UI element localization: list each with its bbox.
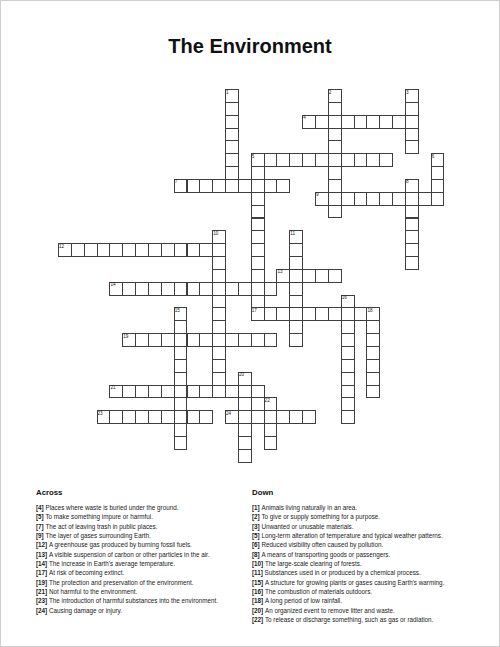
grid-cell[interactable]	[341, 359, 355, 373]
cell-number: 8	[405, 179, 409, 185]
grid-cell[interactable]	[289, 269, 303, 283]
grid-cell[interactable]	[341, 410, 355, 424]
grid-cell[interactable]	[174, 333, 188, 347]
grid-cell[interactable]	[238, 282, 252, 296]
grid-cell[interactable]	[161, 282, 175, 296]
cell-number: 12	[58, 243, 64, 249]
grid-cell[interactable]	[354, 307, 368, 321]
grid-cell[interactable]	[122, 282, 136, 296]
grid-cell[interactable]	[161, 410, 175, 424]
grid-cell[interactable]	[174, 243, 188, 257]
grid-cell[interactable]	[71, 243, 85, 257]
clue-text: The introduction of harmful substances i…	[49, 597, 218, 604]
grid-cell[interactable]	[366, 385, 380, 399]
clue-item: [20] An organized event to remove litter…	[252, 606, 480, 615]
grid-cell[interactable]	[366, 346, 380, 360]
grid-cell[interactable]	[251, 282, 265, 296]
grid-cell[interactable]	[225, 166, 239, 180]
grid-cell[interactable]	[238, 410, 252, 424]
grid-cell[interactable]	[418, 192, 432, 206]
grid-cell[interactable]	[212, 307, 226, 321]
grid-cell[interactable]	[289, 282, 303, 296]
clue-number: [16]	[252, 588, 265, 595]
grid-cell[interactable]	[289, 307, 303, 321]
grid-cell[interactable]	[431, 179, 445, 193]
grid-cell[interactable]	[251, 256, 265, 270]
grid-cell[interactable]	[289, 243, 303, 257]
grid-cell[interactable]	[135, 385, 149, 399]
grid-cell[interactable]	[212, 282, 226, 296]
grid-cell[interactable]	[264, 307, 278, 321]
clue-item: [14] The increase in Earth's average tem…	[36, 559, 248, 568]
clue-text: Reduced visibility often caused by pollu…	[261, 541, 383, 548]
grid-cell[interactable]	[225, 128, 239, 142]
grid-cell[interactable]	[354, 192, 368, 206]
grid-cell[interactable]	[225, 179, 239, 193]
grid-cell[interactable]	[174, 385, 188, 399]
grid-cell[interactable]	[328, 307, 342, 321]
grid-cell[interactable]	[341, 333, 355, 347]
clue-number: [17]	[36, 569, 49, 576]
clue-number: [24]	[36, 607, 49, 614]
down-header: Down	[252, 488, 480, 497]
across-header: Across	[36, 488, 248, 497]
grid-cell[interactable]	[366, 153, 380, 167]
grid-cell[interactable]	[187, 179, 201, 193]
clue-number: [12]	[36, 541, 49, 548]
grid-cell[interactable]	[341, 397, 355, 411]
grid-cell[interactable]	[289, 333, 303, 347]
cell-number: 1	[225, 89, 229, 95]
grid-cell[interactable]	[212, 269, 226, 283]
grid-cell[interactable]	[148, 385, 162, 399]
grid-cell[interactable]	[328, 269, 342, 283]
clue-number: [22]	[252, 616, 265, 623]
clue-number: [23]	[36, 597, 49, 604]
clue-number: [21]	[36, 588, 49, 595]
clue-text: Animals living naturally in an area.	[261, 504, 357, 511]
grid-cell[interactable]	[289, 410, 303, 424]
clue-item: [23] The introduction of harmful substan…	[36, 596, 248, 605]
clue-text: A greenhouse gas produced by burning fos…	[49, 541, 192, 548]
grid-cell[interactable]	[341, 372, 355, 386]
grid-cell[interactable]	[212, 295, 226, 309]
grid-cell[interactable]	[366, 115, 380, 129]
clue-item: [7] The act of leaving trash in public p…	[36, 522, 248, 531]
grid-cell[interactable]	[328, 192, 342, 206]
cell-number: 17	[251, 307, 257, 313]
puzzle-title: The Environment	[1, 35, 499, 58]
grid-cell[interactable]	[405, 128, 419, 142]
cell-number: 15	[174, 307, 180, 313]
grid-cell[interactable]	[199, 282, 213, 296]
grid-cell[interactable]	[174, 346, 188, 360]
grid-cell[interactable]	[161, 243, 175, 257]
grid-cell[interactable]	[276, 153, 290, 167]
grid-cell[interactable]	[212, 385, 226, 399]
grid-cell[interactable]	[289, 256, 303, 270]
clue-item: [1] Animals living naturally in an area.	[252, 503, 480, 512]
grid-cell[interactable]	[212, 256, 226, 270]
grid-cell[interactable]	[212, 333, 226, 347]
grid-cell[interactable]	[109, 243, 123, 257]
grid-cell[interactable]	[212, 372, 226, 386]
clue-text: Causing damage or injury.	[49, 607, 122, 614]
clue-text: Places where waste is buried under the g…	[45, 504, 178, 511]
grid-cell[interactable]	[238, 333, 252, 347]
grid-cell[interactable]	[161, 385, 175, 399]
clue-item: [5] Long-term alteration of temperature …	[252, 531, 480, 540]
grid-cell[interactable]	[302, 269, 316, 283]
clue-item: [4] Places where waste is buried under t…	[36, 503, 248, 512]
grid-cell[interactable]	[174, 320, 188, 334]
grid-cell[interactable]	[405, 218, 419, 232]
grid-cell[interactable]	[238, 397, 252, 411]
grid-cell[interactable]	[431, 192, 445, 206]
grid-cell[interactable]	[199, 243, 213, 257]
grid-cell[interactable]	[225, 115, 239, 129]
grid-cell[interactable]	[225, 102, 239, 116]
grid-cell[interactable]	[135, 333, 149, 347]
clue-item: [10] The large-scale clearing of forests…	[252, 559, 480, 568]
grid-cell[interactable]	[187, 282, 201, 296]
cell-number: 11	[289, 230, 295, 236]
grid-cell[interactable]	[174, 372, 188, 386]
grid-cell[interactable]	[161, 333, 175, 347]
grid-cell[interactable]	[251, 333, 265, 347]
clue-item: [9] The layer of gases surrounding Earth…	[36, 531, 248, 540]
grid-cell[interactable]	[366, 333, 380, 347]
grid-cell[interactable]	[187, 385, 201, 399]
grid-cell[interactable]	[328, 166, 342, 180]
grid-cell[interactable]	[366, 320, 380, 334]
grid-cell[interactable]	[354, 115, 368, 129]
clue-text: The act of leaving trash in public place…	[45, 523, 157, 530]
clue-text: A visible suspension of carbon or other …	[49, 551, 210, 558]
crossword-grid: 123456789101112131415161718192021222324	[58, 89, 444, 462]
cell-number: 13	[276, 269, 282, 275]
clue-text: Unwanted or unusable materials.	[261, 523, 353, 530]
grid-cell[interactable]	[276, 410, 290, 424]
grid-cell[interactable]	[328, 140, 342, 154]
grid-cell[interactable]	[289, 320, 303, 334]
grid-cell[interactable]	[199, 385, 213, 399]
across-clues: Across [4] Places where waste is buried …	[36, 488, 248, 615]
grid-cell[interactable]	[225, 282, 239, 296]
clue-text: The combustion of materials outdoors.	[265, 588, 372, 595]
cell-number: 10	[212, 230, 218, 236]
clue-number: [20]	[252, 607, 265, 614]
cell-number: 14	[109, 282, 115, 288]
grid-cell[interactable]	[187, 333, 201, 347]
clue-number: [18]	[252, 597, 265, 604]
grid-cell[interactable]	[328, 102, 342, 116]
grid-cell[interactable]	[238, 423, 252, 437]
cell-number: 19	[122, 333, 128, 339]
clue-item: [2] To give or supply something for a pu…	[252, 512, 480, 521]
crossword-page: The Environment 123456789101112131415161…	[0, 0, 500, 647]
grid-cell[interactable]	[122, 385, 136, 399]
clue-item: [22] To release or discharge something, …	[252, 615, 480, 624]
clue-text: Not harmful to the environment.	[49, 588, 137, 595]
grid-cell[interactable]	[148, 333, 162, 347]
clue-text: Long-term alteration of temperature and …	[261, 532, 442, 539]
cell-number: 4	[302, 115, 306, 121]
cell-number: 21	[109, 385, 115, 391]
grid-cell[interactable]	[212, 243, 226, 257]
clue-item: [11] Substances used in or produced by a…	[252, 568, 480, 577]
cell-number: 20	[238, 372, 244, 378]
grid-cell[interactable]	[135, 410, 149, 424]
grid-cell[interactable]	[276, 307, 290, 321]
grid-cell[interactable]	[109, 410, 123, 424]
cell-number: 9	[315, 192, 319, 198]
grid-cell[interactable]	[379, 192, 393, 206]
grid-cell[interactable]	[251, 230, 265, 244]
grid-cell[interactable]	[174, 359, 188, 373]
clue-text: Substances used in or produced by a chem…	[265, 569, 421, 576]
grid-cell[interactable]	[264, 423, 278, 437]
grid-cell[interactable]	[225, 333, 239, 347]
clue-number: [15]	[252, 579, 265, 586]
clue-text: The large-scale clearing of forests.	[265, 560, 362, 567]
clue-number: [19]	[36, 579, 49, 586]
grid-cell[interactable]	[225, 153, 239, 167]
grid-cell[interactable]	[405, 256, 419, 270]
across-clue-list: [4] Places where waste is buried under t…	[36, 503, 248, 615]
grid-cell[interactable]	[199, 179, 213, 193]
grid-cell[interactable]	[302, 307, 316, 321]
grid-cell[interactable]	[264, 282, 278, 296]
grid-cell[interactable]	[315, 115, 329, 129]
grid-cell[interactable]	[238, 436, 252, 450]
grid-cell[interactable]	[315, 153, 329, 167]
grid-cell[interactable]	[264, 410, 278, 424]
grid-cell[interactable]	[405, 140, 419, 154]
clue-text: The layer of gases surrounding Earth.	[45, 532, 150, 539]
grid-cell[interactable]	[405, 205, 419, 219]
clue-number: [10]	[252, 560, 265, 567]
grid-cell[interactable]	[199, 333, 213, 347]
clue-number: [14]	[36, 560, 49, 567]
grid-cell[interactable]	[341, 192, 355, 206]
clue-item: [3] Unwanted or unusable materials.	[252, 522, 480, 531]
grid-cell[interactable]	[212, 359, 226, 373]
grid-cell[interactable]	[328, 179, 342, 193]
clue-item: [8] A means of transporting goods or pas…	[252, 550, 480, 559]
cell-number: 16	[341, 295, 347, 301]
grid-cell[interactable]	[122, 243, 136, 257]
clue-item: [17] At risk of becoming extinct.	[36, 568, 248, 577]
cell-number: 3	[405, 89, 409, 95]
clue-text: A long period of low rainfall.	[265, 597, 342, 604]
grid-cell[interactable]	[251, 205, 265, 219]
cell-number: 24	[225, 410, 231, 416]
grid-cell[interactable]	[341, 307, 355, 321]
clue-item: [16] The combustion of materials outdoor…	[252, 587, 480, 596]
grid-cell[interactable]	[238, 449, 252, 463]
grid-cell[interactable]	[187, 410, 201, 424]
grid-cell[interactable]	[289, 295, 303, 309]
grid-cell[interactable]	[212, 179, 226, 193]
clue-text: A means of transporting goods or passeng…	[261, 551, 390, 558]
clue-text: To release or discharge something, such …	[265, 616, 433, 623]
grid-cell[interactable]	[174, 410, 188, 424]
grid-cell[interactable]	[174, 436, 188, 450]
grid-cell[interactable]	[341, 385, 355, 399]
cell-number: 6	[431, 153, 435, 159]
grid-cell[interactable]	[328, 128, 342, 142]
grid-cell[interactable]	[251, 385, 265, 399]
grid-cell[interactable]	[328, 115, 342, 129]
clue-item: [5] To make something impure or harmful.	[36, 512, 248, 521]
grid-cell[interactable]	[225, 385, 239, 399]
grid-cell[interactable]	[431, 166, 445, 180]
grid-cell[interactable]	[148, 243, 162, 257]
grid-cell[interactable]	[366, 359, 380, 373]
grid-cell[interactable]	[251, 218, 265, 232]
grid-cell[interactable]	[251, 243, 265, 257]
grid-cell[interactable]	[315, 307, 329, 321]
clue-item: [18] A long period of low rainfall.	[252, 596, 480, 605]
grid-cell[interactable]	[302, 410, 316, 424]
grid-cell[interactable]	[264, 153, 278, 167]
grid-cell[interactable]	[238, 385, 252, 399]
grid-cell[interactable]	[354, 153, 368, 167]
clue-item: [6] Reduced visibility often caused by p…	[252, 540, 480, 549]
grid-cell[interactable]	[264, 436, 278, 450]
grid-cell[interactable]	[341, 346, 355, 360]
grid-cell[interactable]	[212, 346, 226, 360]
cell-number: 7	[174, 179, 178, 185]
grid-cell[interactable]	[328, 205, 342, 219]
grid-cell[interactable]	[405, 192, 419, 206]
clue-text: The protection and preservation of the e…	[49, 579, 194, 586]
grid-cell[interactable]	[276, 179, 290, 193]
grid-cell[interactable]	[148, 410, 162, 424]
clue-number: [11]	[252, 569, 265, 576]
grid-cell[interactable]	[341, 320, 355, 334]
grid-cell[interactable]	[238, 179, 252, 193]
grid-cell[interactable]	[251, 166, 265, 180]
clue-item: [12] A greenhouse gas produced by burnin…	[36, 540, 248, 549]
grid-cell[interactable]	[251, 179, 265, 193]
grid-cell[interactable]	[405, 230, 419, 244]
grid-cell[interactable]	[251, 192, 265, 206]
cell-number: 2	[328, 89, 332, 95]
clue-item: [13] A visible suspension of carbon or o…	[36, 550, 248, 559]
cell-number: 23	[97, 410, 103, 416]
grid-cell[interactable]	[379, 153, 393, 167]
grid-cell[interactable]	[264, 179, 278, 193]
clue-text: To give or supply something for a purpos…	[261, 513, 380, 520]
cell-number: 5	[251, 153, 255, 159]
grid-cell[interactable]	[302, 153, 316, 167]
clue-text: At risk of becoming extinct.	[49, 569, 124, 576]
grid-cell[interactable]	[174, 397, 188, 411]
grid-cell[interactable]	[328, 153, 342, 167]
grid-cell[interactable]	[379, 115, 393, 129]
down-clue-list: [1] Animals living naturally in an area.…	[252, 503, 480, 624]
grid-cell[interactable]	[251, 410, 265, 424]
grid-cell[interactable]	[405, 115, 419, 129]
grid-cell[interactable]	[405, 102, 419, 116]
clue-item: [24] Causing damage or injury.	[36, 606, 248, 615]
grid-cell[interactable]	[392, 192, 406, 206]
grid-cell[interactable]	[225, 140, 239, 154]
grid-cell[interactable]	[366, 192, 380, 206]
grid-cell[interactable]	[148, 282, 162, 296]
grid-cell[interactable]	[264, 333, 278, 347]
down-clues: Down [1] Animals living naturally in an …	[252, 488, 480, 624]
clue-item: [21] Not harmful to the environment.	[36, 587, 248, 596]
grid-cell[interactable]	[341, 153, 355, 167]
grid-cell[interactable]	[315, 269, 329, 283]
grid-cell[interactable]	[199, 410, 213, 424]
clue-text: The increase in Earth's average temperat…	[49, 560, 175, 567]
cell-number: 22	[264, 397, 270, 403]
grid-cell[interactable]	[84, 243, 98, 257]
grid-cell[interactable]	[97, 243, 111, 257]
grid-cell[interactable]	[187, 243, 201, 257]
grid-cell[interactable]	[174, 423, 188, 437]
clue-number: [13]	[36, 551, 49, 558]
grid-cell[interactable]	[405, 243, 419, 257]
clue-item: [15] A structure for growing plants or g…	[252, 578, 480, 587]
grid-cell[interactable]	[135, 243, 149, 257]
cell-number: 18	[366, 307, 372, 313]
grid-cell[interactable]	[212, 320, 226, 334]
grid-cell[interactable]	[289, 153, 303, 167]
clue-item: [19] The protection and preservation of …	[36, 578, 248, 587]
clue-text: To make something impure or harmful.	[45, 513, 152, 520]
grid-cell[interactable]	[135, 282, 149, 296]
grid-cell[interactable]	[392, 115, 406, 129]
grid-cell[interactable]	[251, 295, 265, 309]
grid-cell[interactable]	[251, 269, 265, 283]
grid-cell[interactable]	[341, 115, 355, 129]
grid-cell[interactable]	[174, 282, 188, 296]
clue-text: A structure for growing plants or gases …	[265, 579, 444, 586]
grid-cell[interactable]	[366, 372, 380, 386]
clue-text: An organized event to remove litter and …	[265, 607, 395, 614]
grid-cell[interactable]	[122, 410, 136, 424]
